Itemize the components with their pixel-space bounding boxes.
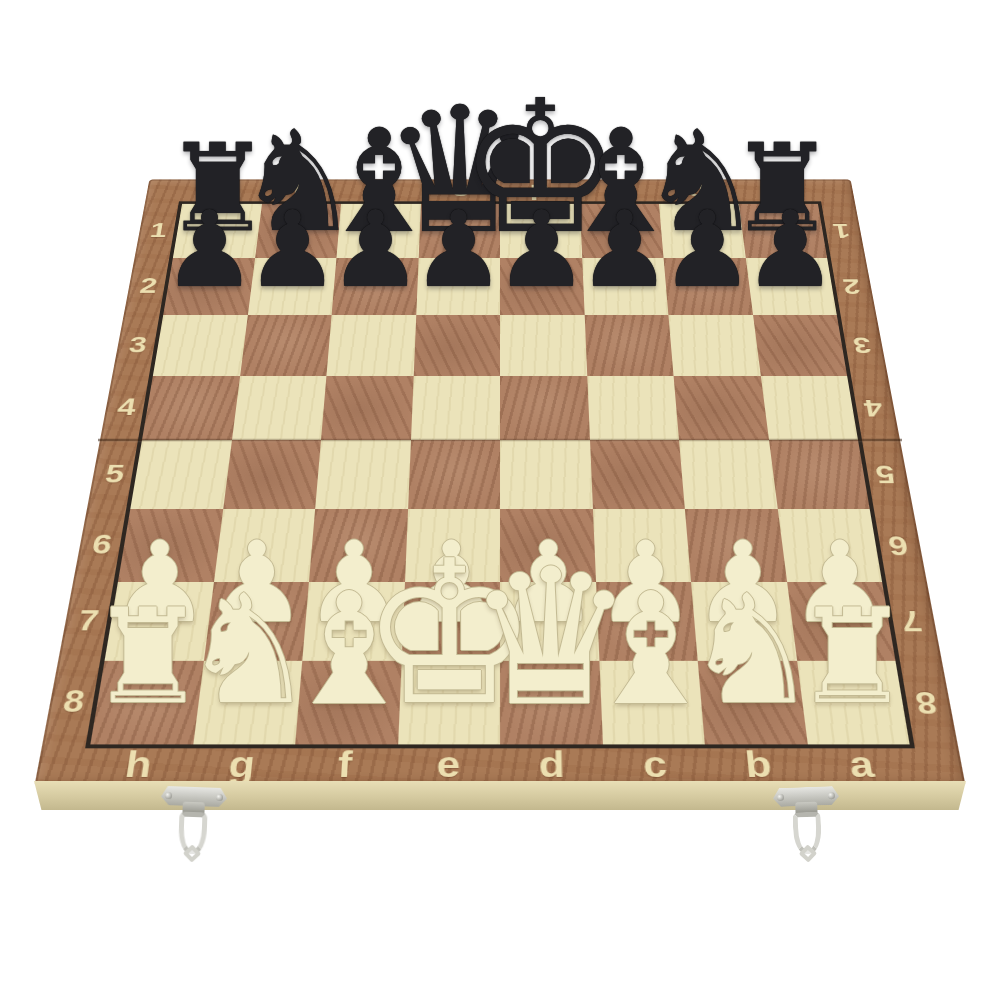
chess-set-photo: hgfedcba hgfedcba 12345678 12345678 ♜♞♝♛…: [0, 0, 1000, 1000]
square-d3[interactable]: [500, 315, 587, 376]
square-b3[interactable]: [668, 315, 760, 376]
piece-black-pawn-h2[interactable]: ♟: [162, 197, 257, 303]
square-c4[interactable]: [587, 376, 679, 440]
piece-black-pawn-d2[interactable]: ♟: [494, 197, 589, 303]
square-e5[interactable]: [408, 440, 500, 509]
file-label-bottom-e: e: [396, 744, 500, 786]
clasp-left: [158, 786, 229, 866]
square-h5[interactable]: [130, 440, 231, 509]
square-a3[interactable]: [753, 315, 847, 376]
square-h4[interactable]: [142, 376, 240, 440]
square-h3[interactable]: [153, 315, 247, 376]
piece-black-pawn-b2[interactable]: ♟: [660, 197, 755, 303]
piece-black-pawn-f2[interactable]: ♟: [328, 197, 423, 303]
square-c3[interactable]: [584, 315, 673, 376]
square-f5[interactable]: [315, 440, 410, 509]
clasp-right: [772, 786, 843, 866]
file-label-bottom-c: c: [602, 744, 708, 786]
square-a5[interactable]: [769, 440, 870, 509]
square-g3[interactable]: [240, 315, 332, 376]
piece-black-pawn-e2[interactable]: ♟: [411, 197, 506, 303]
piece-white-rook-a8[interactable]: ♜: [793, 592, 910, 723]
file-label-bottom-f: f: [292, 744, 398, 786]
piece-black-pawn-g2[interactable]: ♟: [245, 197, 340, 303]
file-label-bottom-b: b: [705, 744, 813, 786]
square-e3[interactable]: [413, 315, 500, 376]
piece-black-pawn-c2[interactable]: ♟: [577, 197, 672, 303]
file-label-bottom-g: g: [187, 744, 295, 786]
square-a4[interactable]: [760, 376, 858, 440]
square-g4[interactable]: [232, 376, 327, 440]
file-label-bottom-h: h: [83, 744, 192, 786]
square-c5[interactable]: [590, 440, 685, 509]
file-label-bottom-d: d: [500, 744, 604, 786]
square-f4[interactable]: [321, 376, 413, 440]
fold-seam: [98, 439, 902, 441]
square-g5[interactable]: [223, 440, 321, 509]
square-d4[interactable]: [500, 376, 590, 440]
square-d5[interactable]: [500, 440, 592, 509]
file-labels-bottom: hgfedcba: [83, 744, 916, 786]
square-b4[interactable]: [674, 376, 769, 440]
file-label-bottom-a: a: [807, 744, 916, 786]
piece-black-pawn-a2[interactable]: ♟: [743, 197, 838, 303]
square-e4[interactable]: [411, 376, 501, 440]
square-b5[interactable]: [679, 440, 777, 509]
square-f3[interactable]: [326, 315, 415, 376]
